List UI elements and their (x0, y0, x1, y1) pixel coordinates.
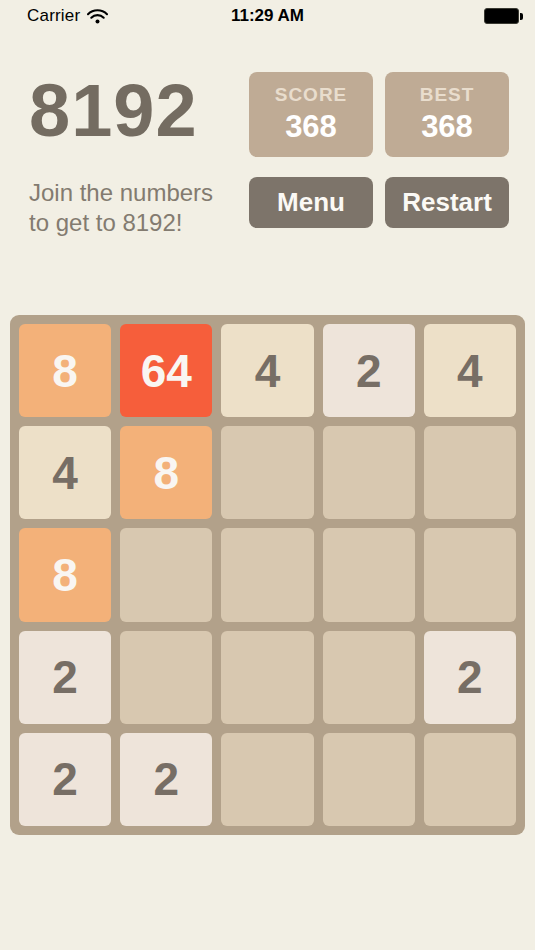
tile-4: 4 (424, 324, 516, 417)
battery-nub (520, 13, 523, 20)
subtitle-line-2: to get to 8192! (29, 208, 213, 238)
button-row: Menu Restart (249, 177, 509, 228)
clock: 11:29 AM (0, 6, 535, 26)
battery-body (484, 8, 519, 24)
empty-cell (323, 528, 415, 621)
best-box: BEST 368 (385, 72, 509, 157)
tile-8: 8 (120, 426, 212, 519)
empty-cell (424, 733, 516, 826)
tile-2: 2 (424, 631, 516, 724)
tile-4: 4 (221, 324, 313, 417)
page-title: 8192 (29, 74, 198, 148)
subtitle: Join the numbers to get to 8192! (29, 178, 213, 238)
score-label: SCORE (275, 84, 348, 106)
battery-full-icon (484, 8, 523, 24)
empty-cell (323, 631, 415, 724)
board[interactable]: 8644244882222 (10, 315, 525, 835)
empty-cell (323, 426, 415, 519)
tile-2: 2 (19, 631, 111, 724)
best-value: 368 (421, 109, 473, 145)
app-screen: Carrier 11:29 AM 8192 Join the numbers t… (0, 0, 535, 950)
empty-cell (221, 733, 313, 826)
tile-2: 2 (120, 733, 212, 826)
tile-8: 8 (19, 324, 111, 417)
restart-button[interactable]: Restart (385, 177, 509, 228)
status-bar: Carrier 11:29 AM (0, 0, 535, 32)
empty-cell (424, 426, 516, 519)
tile-8: 8 (19, 528, 111, 621)
tile-2: 2 (19, 733, 111, 826)
empty-cell (120, 528, 212, 621)
tile-2: 2 (323, 324, 415, 417)
score-value: 368 (285, 109, 337, 145)
empty-cell (424, 528, 516, 621)
score-box: SCORE 368 (249, 72, 373, 157)
best-label: BEST (420, 84, 475, 106)
tile-4: 4 (19, 426, 111, 519)
subtitle-line-1: Join the numbers (29, 178, 213, 208)
menu-button[interactable]: Menu (249, 177, 373, 228)
empty-cell (221, 631, 313, 724)
score-row: SCORE 368 BEST 368 (249, 72, 509, 157)
empty-cell (120, 631, 212, 724)
empty-cell (221, 426, 313, 519)
empty-cell (323, 733, 415, 826)
empty-cell (221, 528, 313, 621)
tile-64: 64 (120, 324, 212, 417)
